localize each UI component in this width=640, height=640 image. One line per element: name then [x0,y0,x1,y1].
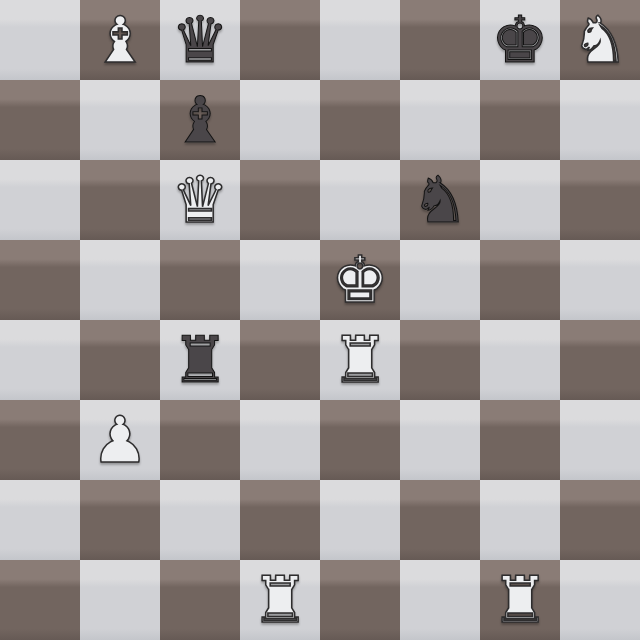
square-a1[interactable] [0,560,80,640]
square-b6[interactable] [80,160,160,240]
square-a2[interactable] [0,480,80,560]
black-bishop: ♝ [171,80,228,160]
square-e4[interactable]: ♜ [320,320,400,400]
square-f7[interactable] [400,80,480,160]
square-a6[interactable] [0,160,80,240]
square-f2[interactable] [400,480,480,560]
square-g8[interactable]: ♚ [480,0,560,80]
chess-board: ♝♛♚♞♝♛♞♚♜♜♟♜♜ [0,0,640,640]
black-rook: ♜ [171,320,228,400]
square-e8[interactable] [320,0,400,80]
square-d1[interactable]: ♜ [240,560,320,640]
square-e5[interactable]: ♚ [320,240,400,320]
square-e6[interactable] [320,160,400,240]
square-e1[interactable] [320,560,400,640]
square-g2[interactable] [480,480,560,560]
square-g6[interactable] [480,160,560,240]
square-a3[interactable] [0,400,80,480]
black-knight: ♞ [411,160,468,240]
square-c5[interactable] [160,240,240,320]
square-c4[interactable]: ♜ [160,320,240,400]
square-d7[interactable] [240,80,320,160]
square-g7[interactable] [480,80,560,160]
white-rook: ♜ [331,320,388,400]
square-h2[interactable] [560,480,640,560]
black-king: ♚ [491,0,548,80]
square-g3[interactable] [480,400,560,480]
square-b8[interactable]: ♝ [80,0,160,80]
square-c2[interactable] [160,480,240,560]
square-f1[interactable] [400,560,480,640]
square-g1[interactable]: ♜ [480,560,560,640]
square-h5[interactable] [560,240,640,320]
white-rook: ♜ [491,560,548,640]
square-b1[interactable] [80,560,160,640]
square-a5[interactable] [0,240,80,320]
square-a7[interactable] [0,80,80,160]
square-d6[interactable] [240,160,320,240]
square-a4[interactable] [0,320,80,400]
square-f5[interactable] [400,240,480,320]
black-queen: ♛ [171,0,228,80]
square-c7[interactable]: ♝ [160,80,240,160]
square-d5[interactable] [240,240,320,320]
square-a8[interactable] [0,0,80,80]
square-b4[interactable] [80,320,160,400]
square-c8[interactable]: ♛ [160,0,240,80]
white-queen: ♛ [171,160,228,240]
square-c3[interactable] [160,400,240,480]
square-d8[interactable] [240,0,320,80]
square-h3[interactable] [560,400,640,480]
square-f4[interactable] [400,320,480,400]
square-c6[interactable]: ♛ [160,160,240,240]
square-d4[interactable] [240,320,320,400]
white-pawn: ♟ [91,400,148,480]
square-b3[interactable]: ♟ [80,400,160,480]
square-g4[interactable] [480,320,560,400]
square-f8[interactable] [400,0,480,80]
square-h4[interactable] [560,320,640,400]
square-e7[interactable] [320,80,400,160]
white-king: ♚ [331,240,388,320]
square-b7[interactable] [80,80,160,160]
white-bishop: ♝ [91,0,148,80]
square-b2[interactable] [80,480,160,560]
square-h6[interactable] [560,160,640,240]
square-e3[interactable] [320,400,400,480]
square-d3[interactable] [240,400,320,480]
square-c1[interactable] [160,560,240,640]
square-f6[interactable]: ♞ [400,160,480,240]
square-h8[interactable]: ♞ [560,0,640,80]
square-h1[interactable] [560,560,640,640]
square-d2[interactable] [240,480,320,560]
square-f3[interactable] [400,400,480,480]
square-e2[interactable] [320,480,400,560]
square-g5[interactable] [480,240,560,320]
square-b5[interactable] [80,240,160,320]
white-knight: ♞ [571,0,628,80]
square-h7[interactable] [560,80,640,160]
white-rook: ♜ [251,560,308,640]
